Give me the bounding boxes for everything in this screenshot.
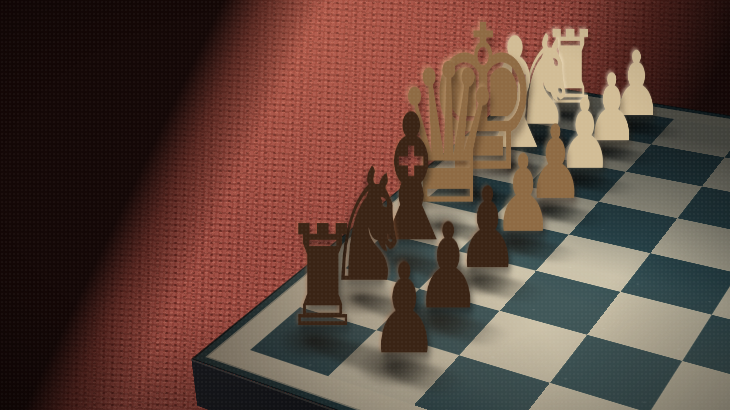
chessboard-grid: ♜♞♝♛♚♝♞♜♟♟♟♟♟♟♟♟ (250, 98, 730, 410)
piece-white-rook-a1: ♜ (284, 210, 362, 343)
board-scene: ♜♞♝♛♚♝♞♜♟♟♟♟♟♟♟♟ (0, 0, 730, 410)
chessboard: ♜♞♝♛♚♝♞♜♟♟♟♟♟♟♟♟ (191, 84, 730, 410)
photo-stage: ♜♞♝♛♚♝♞♜♟♟♟♟♟♟♟♟ (0, 0, 730, 410)
piece-white-pawn-a2: ♟ (370, 250, 440, 369)
